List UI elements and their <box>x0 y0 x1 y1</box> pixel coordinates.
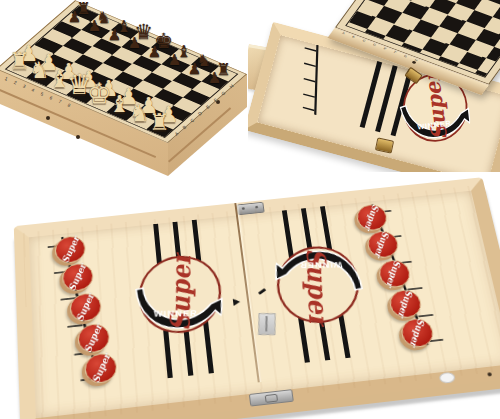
puck-label: Super <box>74 292 96 322</box>
puck-label: Super <box>407 317 426 348</box>
black-p-piece: ♟ <box>88 19 101 34</box>
puck-label: Super <box>82 323 105 354</box>
sling-puck-board-view: Super WINNER Super WINNER SuperSupe <box>12 172 500 419</box>
puck-label: Super <box>362 203 381 231</box>
white-n-piece: ♞ <box>29 59 50 82</box>
round-sticker <box>438 372 455 384</box>
puck-label: Super <box>373 230 392 258</box>
white-b-piece: ♝ <box>109 93 130 116</box>
black-p-piece: ♟ <box>108 28 121 43</box>
white-r-piece: ♜ <box>149 111 170 134</box>
logo-banner-text: WINNER <box>154 308 198 318</box>
white-n-piece: ♞ <box>129 102 150 125</box>
chess-pieces-layer: ♜♞♝♛♚♝♞♜♟♟♟♟♟♟♟♟♟♟♟♟♟♟♟♟♜♞♝♛♚♝♞♜ <box>0 0 262 176</box>
product-photo: A B C D E F G H 1 2 3 4 5 6 7 8 ♜♞♝♛♚♝♞♜… <box>0 0 500 419</box>
frame-hole <box>487 372 492 376</box>
black-p-piece: ♟ <box>208 71 221 86</box>
barcode-sticker <box>258 313 276 335</box>
puck-label: Super <box>89 352 112 383</box>
start-line-ruler <box>277 39 362 123</box>
black-p-piece: ♟ <box>148 45 161 60</box>
folded-box-view: Super WINNER A B C D E F G H <box>248 0 500 172</box>
playing-field: Super WINNER Super WINNER SuperSupe <box>29 191 500 419</box>
puck-label: Super <box>59 235 81 263</box>
puck-label: Super <box>66 262 88 291</box>
puck-label: Super <box>396 288 415 318</box>
black-p-piece: ♟ <box>128 36 141 51</box>
black-p-piece: ♟ <box>168 53 181 68</box>
logo-script-text: Super <box>164 249 196 331</box>
black-p-piece: ♟ <box>188 62 201 77</box>
sling-puck-board: Super WINNER Super WINNER SuperSupe <box>14 177 500 419</box>
logo-banner-text: WINNER <box>299 260 343 270</box>
black-p-piece: ♟ <box>68 10 81 25</box>
puck-label: Super <box>384 259 403 288</box>
center-arrow-marker <box>233 298 241 306</box>
white-r-piece: ♜ <box>9 50 30 73</box>
super-winner-logo-right: Super WINNER <box>264 238 370 333</box>
chess-set-view: A B C D E F G H 1 2 3 4 5 6 7 8 ♜♞♝♛♚♝♞♜… <box>0 0 262 176</box>
